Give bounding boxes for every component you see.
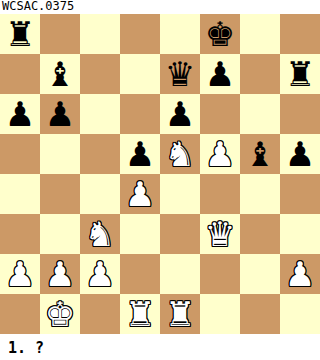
piece-black-rook[interactable]: ♜ bbox=[5, 14, 35, 54]
piece-black-pawn[interactable]: ♟ bbox=[125, 134, 155, 174]
square-b1[interactable]: ♚ bbox=[40, 294, 80, 334]
square-b6[interactable]: ♟ bbox=[40, 94, 80, 134]
square-g2[interactable] bbox=[240, 254, 280, 294]
square-c5[interactable] bbox=[80, 134, 120, 174]
chess-board: ♜♚♝♛♟♜♟♟♟♟♞♟♝♟♟♞♛♟♟♟♟♚♜♜ bbox=[0, 14, 320, 334]
piece-black-pawn[interactable]: ♟ bbox=[285, 134, 315, 174]
piece-white-rook[interactable]: ♜ bbox=[165, 294, 195, 334]
piece-white-rook[interactable]: ♜ bbox=[125, 294, 155, 334]
piece-white-pawn[interactable]: ♟ bbox=[125, 174, 155, 214]
square-d1[interactable]: ♜ bbox=[120, 294, 160, 334]
square-e8[interactable] bbox=[160, 14, 200, 54]
piece-white-knight[interactable]: ♞ bbox=[85, 214, 115, 254]
square-e4[interactable] bbox=[160, 174, 200, 214]
square-f4[interactable] bbox=[200, 174, 240, 214]
square-d2[interactable] bbox=[120, 254, 160, 294]
square-f8[interactable]: ♚ bbox=[200, 14, 240, 54]
piece-white-pawn[interactable]: ♟ bbox=[205, 134, 235, 174]
square-g5[interactable]: ♝ bbox=[240, 134, 280, 174]
square-a7[interactable] bbox=[0, 54, 40, 94]
square-f7[interactable]: ♟ bbox=[200, 54, 240, 94]
piece-black-king[interactable]: ♚ bbox=[205, 14, 235, 54]
square-h3[interactable] bbox=[280, 214, 320, 254]
square-c1[interactable] bbox=[80, 294, 120, 334]
square-e7[interactable]: ♛ bbox=[160, 54, 200, 94]
square-b7[interactable]: ♝ bbox=[40, 54, 80, 94]
square-c4[interactable] bbox=[80, 174, 120, 214]
square-g6[interactable] bbox=[240, 94, 280, 134]
piece-black-rook[interactable]: ♜ bbox=[285, 54, 315, 94]
square-h2[interactable]: ♟ bbox=[280, 254, 320, 294]
square-e3[interactable] bbox=[160, 214, 200, 254]
square-c6[interactable] bbox=[80, 94, 120, 134]
square-b2[interactable]: ♟ bbox=[40, 254, 80, 294]
square-d4[interactable]: ♟ bbox=[120, 174, 160, 214]
square-h4[interactable] bbox=[280, 174, 320, 214]
piece-white-pawn[interactable]: ♟ bbox=[85, 254, 115, 294]
piece-black-bishop[interactable]: ♝ bbox=[45, 54, 75, 94]
square-b8[interactable] bbox=[40, 14, 80, 54]
piece-white-queen[interactable]: ♛ bbox=[205, 214, 235, 254]
piece-white-pawn[interactable]: ♟ bbox=[5, 254, 35, 294]
square-a1[interactable] bbox=[0, 294, 40, 334]
square-c3[interactable]: ♞ bbox=[80, 214, 120, 254]
piece-white-pawn[interactable]: ♟ bbox=[285, 254, 315, 294]
square-f3[interactable]: ♛ bbox=[200, 214, 240, 254]
square-g4[interactable] bbox=[240, 174, 280, 214]
square-d3[interactable] bbox=[120, 214, 160, 254]
piece-white-king[interactable]: ♚ bbox=[45, 294, 75, 334]
square-e1[interactable]: ♜ bbox=[160, 294, 200, 334]
square-e5[interactable]: ♞ bbox=[160, 134, 200, 174]
piece-black-pawn[interactable]: ♟ bbox=[45, 94, 75, 134]
square-f5[interactable]: ♟ bbox=[200, 134, 240, 174]
square-c7[interactable] bbox=[80, 54, 120, 94]
square-d7[interactable] bbox=[120, 54, 160, 94]
piece-black-pawn[interactable]: ♟ bbox=[165, 94, 195, 134]
piece-white-knight[interactable]: ♞ bbox=[165, 134, 195, 174]
puzzle-title: WCSAC.0375 bbox=[0, 0, 320, 14]
piece-black-queen[interactable]: ♛ bbox=[165, 54, 195, 94]
piece-black-pawn[interactable]: ♟ bbox=[205, 54, 235, 94]
move-prompt: 1. ? bbox=[0, 334, 320, 360]
piece-black-bishop[interactable]: ♝ bbox=[245, 134, 275, 174]
square-a3[interactable] bbox=[0, 214, 40, 254]
square-a8[interactable]: ♜ bbox=[0, 14, 40, 54]
square-e2[interactable] bbox=[160, 254, 200, 294]
square-d6[interactable] bbox=[120, 94, 160, 134]
square-h8[interactable] bbox=[280, 14, 320, 54]
square-h1[interactable] bbox=[280, 294, 320, 334]
square-g1[interactable] bbox=[240, 294, 280, 334]
square-d8[interactable] bbox=[120, 14, 160, 54]
square-c8[interactable] bbox=[80, 14, 120, 54]
square-f2[interactable] bbox=[200, 254, 240, 294]
square-g3[interactable] bbox=[240, 214, 280, 254]
square-f1[interactable] bbox=[200, 294, 240, 334]
piece-white-pawn[interactable]: ♟ bbox=[45, 254, 75, 294]
square-g8[interactable] bbox=[240, 14, 280, 54]
square-f6[interactable] bbox=[200, 94, 240, 134]
square-h6[interactable] bbox=[280, 94, 320, 134]
square-g7[interactable] bbox=[240, 54, 280, 94]
square-c2[interactable]: ♟ bbox=[80, 254, 120, 294]
square-a2[interactable]: ♟ bbox=[0, 254, 40, 294]
square-e6[interactable]: ♟ bbox=[160, 94, 200, 134]
square-b5[interactable] bbox=[40, 134, 80, 174]
square-h7[interactable]: ♜ bbox=[280, 54, 320, 94]
square-d5[interactable]: ♟ bbox=[120, 134, 160, 174]
square-b4[interactable] bbox=[40, 174, 80, 214]
square-h5[interactable]: ♟ bbox=[280, 134, 320, 174]
square-b3[interactable] bbox=[40, 214, 80, 254]
square-a6[interactable]: ♟ bbox=[0, 94, 40, 134]
square-a4[interactable] bbox=[0, 174, 40, 214]
piece-black-pawn[interactable]: ♟ bbox=[5, 94, 35, 134]
square-a5[interactable] bbox=[0, 134, 40, 174]
